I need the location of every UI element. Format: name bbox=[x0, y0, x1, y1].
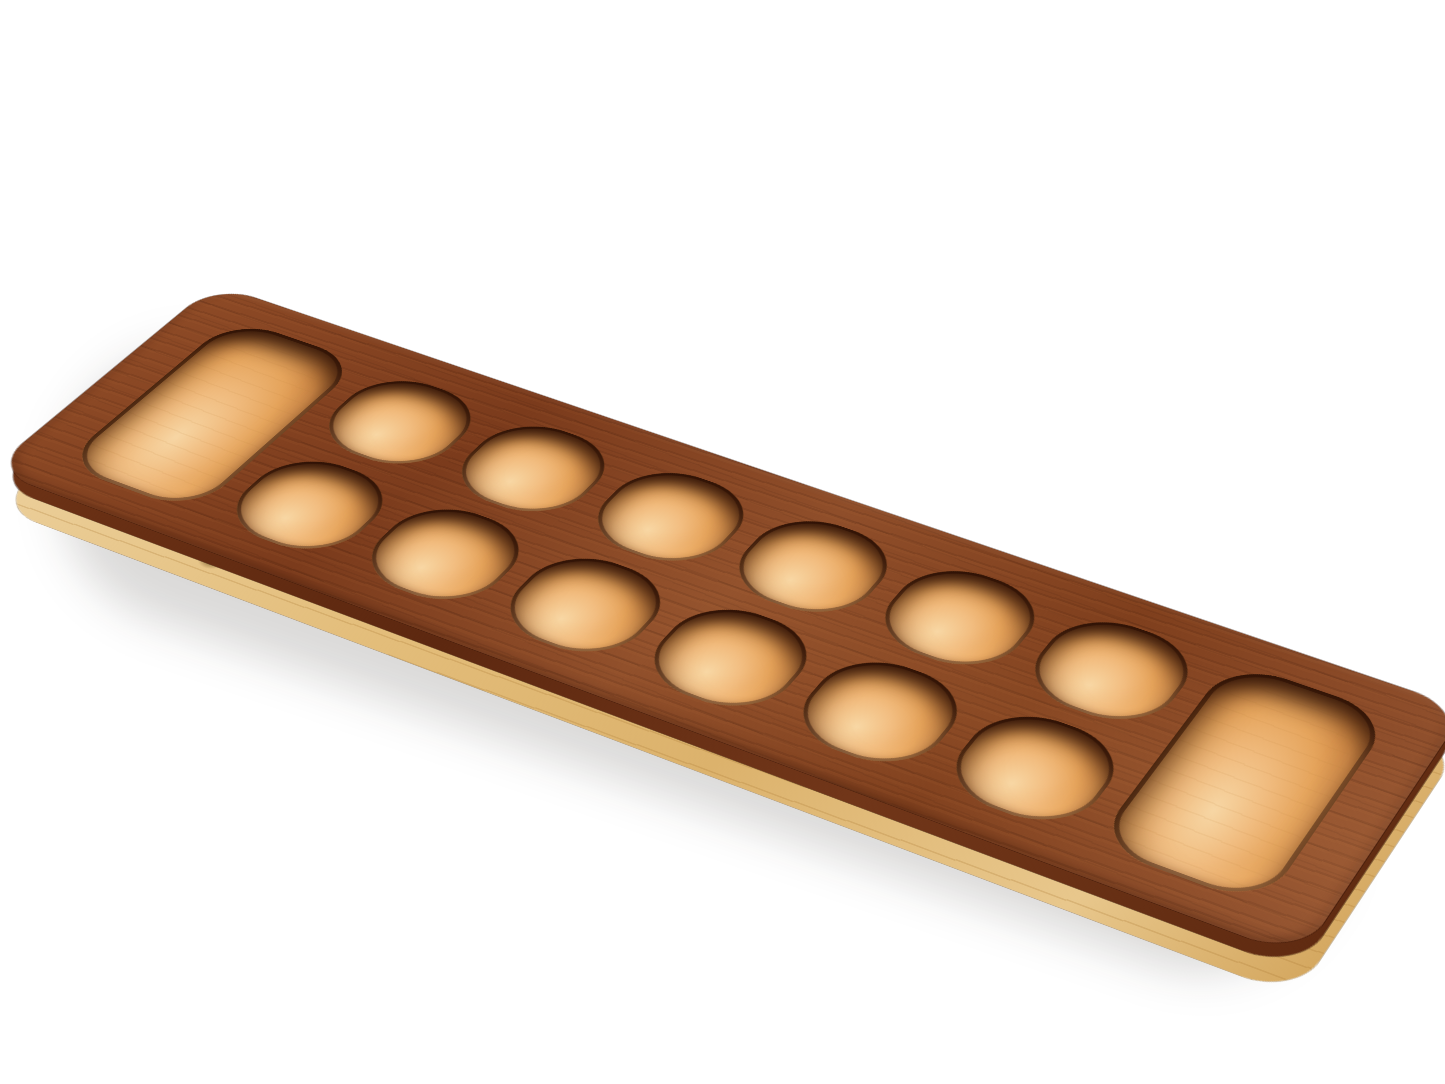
pit-bottom-3[interactable] bbox=[486, 545, 683, 667]
scene bbox=[0, 0, 1445, 1084]
mancala-board bbox=[0, 284, 1445, 957]
pit-bottom-6[interactable] bbox=[933, 701, 1135, 836]
pit-top-5[interactable] bbox=[862, 557, 1056, 680]
photo-stage bbox=[0, 0, 1445, 1084]
pit-top-6[interactable] bbox=[1013, 608, 1209, 735]
pit-top-3[interactable] bbox=[575, 460, 766, 575]
mancala-board-grid bbox=[0, 284, 1445, 957]
pit-bottom-5[interactable] bbox=[779, 647, 980, 777]
pit-top-4[interactable] bbox=[716, 507, 908, 626]
pit-bottom-4[interactable] bbox=[630, 595, 829, 721]
